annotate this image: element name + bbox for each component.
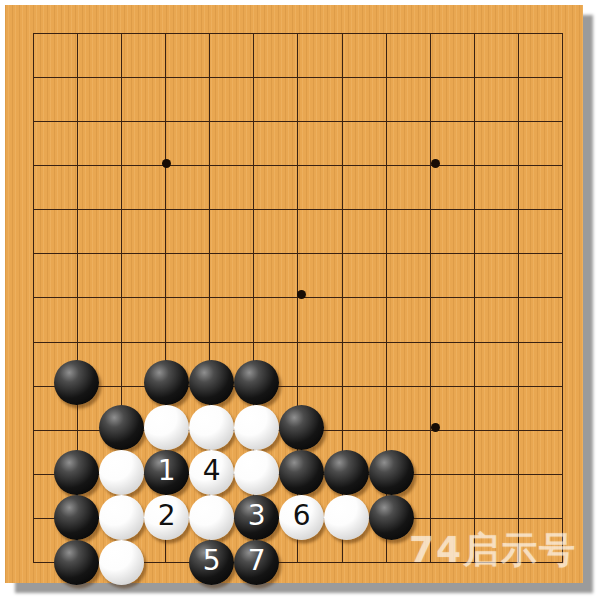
board-point bbox=[324, 495, 369, 540]
move-number: 5 bbox=[203, 547, 221, 575]
move-number: 2 bbox=[158, 502, 176, 530]
black-stone bbox=[144, 360, 189, 405]
star-point-dot bbox=[297, 290, 306, 299]
board-point bbox=[189, 405, 234, 450]
white-stone bbox=[189, 495, 234, 540]
white-stone: 2 bbox=[144, 495, 189, 540]
go-board: 1423657 74启示号 bbox=[5, 5, 583, 583]
board-point bbox=[234, 405, 279, 450]
board-point bbox=[234, 360, 279, 405]
move-number: 7 bbox=[248, 547, 266, 575]
black-stone: 1 bbox=[144, 450, 189, 495]
board-point bbox=[369, 495, 414, 540]
board-point bbox=[144, 360, 189, 405]
white-stone bbox=[99, 540, 144, 585]
white-stone: 6 bbox=[279, 495, 324, 540]
board-point: 4 bbox=[189, 450, 234, 495]
board-point: 2 bbox=[144, 495, 189, 540]
white-stone: 4 bbox=[189, 450, 234, 495]
move-number: 4 bbox=[203, 457, 221, 485]
stones-layer: 1423657 bbox=[12, 12, 585, 585]
board-point bbox=[189, 360, 234, 405]
board-point bbox=[234, 450, 279, 495]
star-point-dot bbox=[431, 159, 440, 168]
board-point bbox=[99, 450, 144, 495]
black-stone bbox=[324, 450, 369, 495]
black-stone bbox=[369, 495, 414, 540]
star-point bbox=[144, 142, 189, 186]
move-number: 6 bbox=[293, 502, 311, 530]
black-stone bbox=[369, 450, 414, 495]
black-stone bbox=[54, 495, 99, 540]
black-stone bbox=[279, 450, 324, 495]
board-point bbox=[324, 450, 369, 495]
star-point-dot bbox=[162, 159, 171, 168]
black-stone: 5 bbox=[189, 540, 234, 585]
black-stone bbox=[189, 360, 234, 405]
black-stone: 3 bbox=[234, 495, 279, 540]
board-point bbox=[99, 405, 144, 450]
board-point: 7 bbox=[234, 540, 279, 585]
board-point bbox=[189, 495, 234, 540]
star-point bbox=[279, 273, 324, 317]
board-point bbox=[54, 495, 99, 540]
white-stone bbox=[189, 405, 234, 450]
board-point: 6 bbox=[279, 495, 324, 540]
board-point: 5 bbox=[189, 540, 234, 585]
board-point bbox=[369, 450, 414, 495]
white-stone bbox=[144, 405, 189, 450]
move-number: 1 bbox=[158, 457, 176, 485]
black-stone bbox=[54, 450, 99, 495]
star-point bbox=[414, 142, 457, 186]
board-point bbox=[144, 405, 189, 450]
black-stone bbox=[99, 405, 144, 450]
black-stone bbox=[234, 360, 279, 405]
move-number: 3 bbox=[248, 502, 266, 530]
star-point-dot bbox=[431, 423, 440, 432]
star-point bbox=[414, 405, 457, 450]
board-point: 1 bbox=[144, 450, 189, 495]
board-point bbox=[99, 495, 144, 540]
white-stone bbox=[99, 495, 144, 540]
white-stone bbox=[99, 450, 144, 495]
black-stone bbox=[54, 360, 99, 405]
white-stone bbox=[234, 450, 279, 495]
board-point bbox=[54, 450, 99, 495]
board-point: 3 bbox=[234, 495, 279, 540]
board-point bbox=[279, 450, 324, 495]
board-point bbox=[99, 540, 144, 585]
white-stone bbox=[234, 405, 279, 450]
black-stone bbox=[54, 540, 99, 585]
board-point bbox=[54, 540, 99, 585]
black-stone: 7 bbox=[234, 540, 279, 585]
black-stone bbox=[279, 405, 324, 450]
board-point bbox=[54, 360, 99, 405]
white-stone bbox=[324, 495, 369, 540]
board-point bbox=[279, 405, 324, 450]
